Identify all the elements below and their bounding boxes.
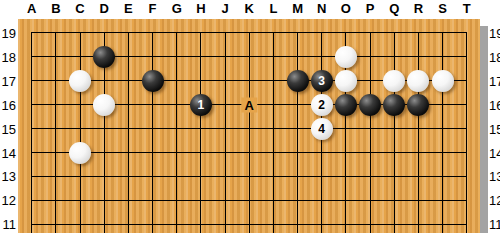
- column-label-O: O: [341, 1, 351, 16]
- row-label-right-18: 18: [489, 49, 500, 64]
- grid-line-col-Q: [394, 32, 395, 233]
- grid-line-col-K: [249, 32, 250, 233]
- row-label-right-11: 11: [489, 217, 500, 232]
- column-label-R: R: [414, 1, 423, 16]
- stone-black-R16[interactable]: [407, 94, 429, 116]
- row-label-right-15: 15: [489, 121, 500, 136]
- stone-white-R17[interactable]: [407, 70, 429, 92]
- stone-black-O16[interactable]: [335, 94, 357, 116]
- column-label-L: L: [269, 1, 277, 16]
- column-label-H: H: [196, 1, 205, 16]
- marker-A-K16[interactable]: A: [241, 97, 256, 112]
- grid-line-col-B: [55, 32, 56, 233]
- column-label-N: N: [317, 1, 326, 16]
- go-board-screenshot: ABCDEFGHJKLMNOPQRST191918181717161615151…: [0, 0, 500, 233]
- stone-black-M17[interactable]: [287, 70, 309, 92]
- move-number-label: 2: [318, 98, 325, 112]
- grid-line-col-S: [442, 32, 443, 233]
- column-label-S: S: [438, 1, 447, 16]
- board-edge-shadow: [480, 26, 488, 233]
- stone-white-D16[interactable]: [93, 94, 115, 116]
- grid-line-col-L: [273, 32, 274, 233]
- row-label-right-16: 16: [489, 97, 500, 112]
- row-label-left-16: 16: [0, 97, 16, 112]
- grid-line-col-M: [297, 32, 298, 233]
- grid-line-col-H: [200, 32, 201, 233]
- stone-black-Q16[interactable]: [383, 94, 405, 116]
- column-label-C: C: [75, 1, 84, 16]
- grid-line-col-T: [466, 32, 467, 233]
- grid-line-row-11: [31, 224, 467, 225]
- row-label-right-19: 19: [489, 25, 500, 40]
- row-label-left-14: 14: [0, 145, 16, 160]
- grid-line-row-14: [31, 152, 467, 153]
- column-label-Q: Q: [389, 1, 399, 16]
- grid-line-row-15: [31, 128, 467, 129]
- stone-black-N17-move3[interactable]: 3: [311, 70, 333, 92]
- move-number-label: 1: [198, 98, 205, 112]
- column-label-F: F: [149, 1, 157, 16]
- row-label-right-14: 14: [489, 145, 500, 160]
- column-label-P: P: [366, 1, 375, 16]
- grid-line-row-19: [31, 32, 467, 33]
- stone-white-S17[interactable]: [432, 70, 454, 92]
- row-label-left-15: 15: [0, 121, 16, 136]
- stone-white-C17[interactable]: [69, 70, 91, 92]
- row-label-left-12: 12: [0, 193, 16, 208]
- grid-line-col-P: [370, 32, 371, 233]
- grid-line-row-13: [31, 176, 467, 177]
- stone-white-O17[interactable]: [335, 70, 357, 92]
- stone-black-D18[interactable]: [93, 46, 115, 68]
- stone-white-N16-move2[interactable]: 2: [311, 94, 333, 116]
- grid-line-col-A: [31, 32, 32, 233]
- row-label-left-17: 17: [0, 73, 16, 88]
- grid-line-col-F: [152, 32, 153, 233]
- column-label-A: A: [27, 1, 36, 16]
- grid-line-col-R: [418, 32, 419, 233]
- column-label-K: K: [244, 1, 253, 16]
- grid-line-col-C: [80, 32, 81, 233]
- row-label-right-17: 17: [489, 73, 500, 88]
- row-label-right-13: 13: [489, 169, 500, 184]
- grid-line-col-G: [176, 32, 177, 233]
- stone-black-H16-move1[interactable]: 1: [190, 94, 212, 116]
- move-number-label: 4: [318, 122, 325, 136]
- row-label-right-12: 12: [489, 193, 500, 208]
- move-number-label: 3: [318, 74, 325, 88]
- stone-white-C14[interactable]: [69, 142, 91, 164]
- column-label-M: M: [292, 1, 303, 16]
- grid-line-row-12: [31, 200, 467, 201]
- column-label-E: E: [124, 1, 133, 16]
- column-label-J: J: [221, 1, 228, 16]
- stone-white-N15-move4[interactable]: 4: [311, 118, 333, 140]
- row-label-left-11: 11: [0, 217, 16, 232]
- column-label-T: T: [463, 1, 471, 16]
- column-label-D: D: [99, 1, 108, 16]
- row-label-left-19: 19: [0, 25, 16, 40]
- row-label-left-18: 18: [0, 49, 16, 64]
- stone-white-O18[interactable]: [335, 46, 357, 68]
- grid-line-col-E: [128, 32, 129, 233]
- column-label-G: G: [172, 1, 182, 16]
- stone-black-F17[interactable]: [142, 70, 164, 92]
- stone-black-P16[interactable]: [359, 94, 381, 116]
- grid-line-col-J: [225, 32, 226, 233]
- row-label-left-13: 13: [0, 169, 16, 184]
- stone-white-Q17[interactable]: [383, 70, 405, 92]
- column-label-B: B: [51, 1, 60, 16]
